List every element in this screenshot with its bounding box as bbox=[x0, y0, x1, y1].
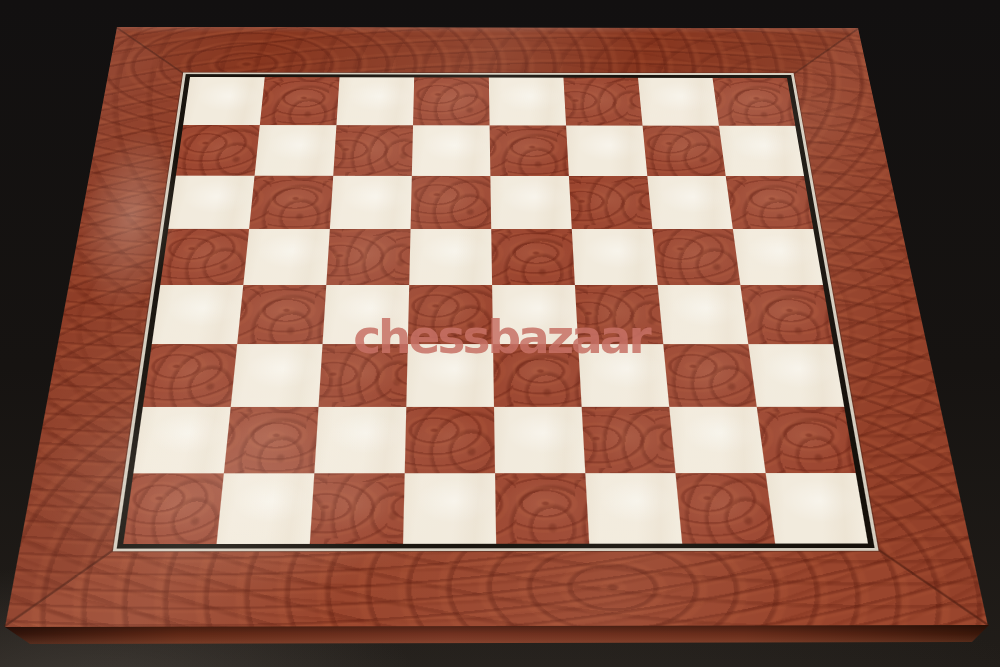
square-c2[interactable] bbox=[314, 407, 406, 473]
square-b6[interactable] bbox=[249, 176, 333, 229]
square-f7[interactable] bbox=[566, 126, 647, 176]
square-h3[interactable] bbox=[748, 344, 844, 407]
square-a8[interactable] bbox=[183, 77, 265, 125]
square-g7[interactable] bbox=[643, 126, 726, 176]
square-f6[interactable] bbox=[569, 176, 652, 229]
scene: chessbazaar bbox=[0, 0, 1000, 667]
square-e5[interactable] bbox=[491, 229, 575, 285]
square-d5[interactable] bbox=[409, 229, 492, 285]
square-a2[interactable] bbox=[133, 407, 230, 474]
square-f1[interactable] bbox=[585, 473, 682, 544]
square-c5[interactable] bbox=[326, 229, 410, 285]
square-e8[interactable] bbox=[489, 78, 566, 126]
square-a1[interactable] bbox=[123, 473, 224, 544]
square-h5[interactable] bbox=[733, 229, 823, 285]
square-d1[interactable] bbox=[403, 473, 496, 544]
square-h2[interactable] bbox=[757, 407, 856, 473]
square-h8[interactable] bbox=[713, 78, 796, 126]
square-e1[interactable] bbox=[495, 473, 589, 544]
square-f5[interactable] bbox=[572, 229, 658, 285]
square-g1[interactable] bbox=[676, 473, 776, 544]
square-a6[interactable] bbox=[168, 176, 254, 229]
square-g3[interactable] bbox=[663, 344, 756, 407]
square-f2[interactable] bbox=[582, 407, 676, 473]
board-side-edge bbox=[4, 624, 990, 646]
square-c8[interactable] bbox=[336, 77, 414, 125]
square-c1[interactable] bbox=[310, 473, 405, 544]
square-a7[interactable] bbox=[176, 125, 260, 176]
square-b5[interactable] bbox=[243, 229, 330, 285]
square-e6[interactable] bbox=[490, 176, 571, 229]
square-b3[interactable] bbox=[231, 344, 323, 407]
square-c6[interactable] bbox=[330, 176, 412, 229]
square-g8[interactable] bbox=[638, 78, 719, 126]
square-b4[interactable] bbox=[237, 285, 326, 344]
square-e7[interactable] bbox=[490, 125, 569, 175]
square-d2[interactable] bbox=[405, 407, 495, 473]
square-h4[interactable] bbox=[740, 285, 833, 344]
square-g6[interactable] bbox=[647, 176, 733, 229]
square-e2[interactable] bbox=[494, 407, 585, 473]
square-a3[interactable] bbox=[143, 344, 237, 407]
square-c7[interactable] bbox=[333, 125, 413, 175]
square-h7[interactable] bbox=[719, 126, 804, 176]
square-d6[interactable] bbox=[411, 176, 492, 229]
square-a5[interactable] bbox=[160, 229, 249, 285]
square-b8[interactable] bbox=[260, 77, 340, 125]
square-d8[interactable] bbox=[413, 77, 490, 125]
square-g4[interactable] bbox=[658, 285, 749, 344]
square-d7[interactable] bbox=[412, 125, 491, 175]
square-b7[interactable] bbox=[255, 125, 337, 176]
square-h6[interactable] bbox=[726, 176, 814, 229]
square-b2[interactable] bbox=[224, 407, 319, 473]
square-f8[interactable] bbox=[563, 78, 642, 126]
square-b1[interactable] bbox=[217, 473, 315, 544]
watermark-text: chessbazaar bbox=[353, 309, 648, 364]
square-g5[interactable] bbox=[652, 229, 740, 285]
square-g2[interactable] bbox=[669, 407, 765, 473]
square-h1[interactable] bbox=[766, 473, 868, 543]
square-a4[interactable] bbox=[152, 285, 244, 344]
